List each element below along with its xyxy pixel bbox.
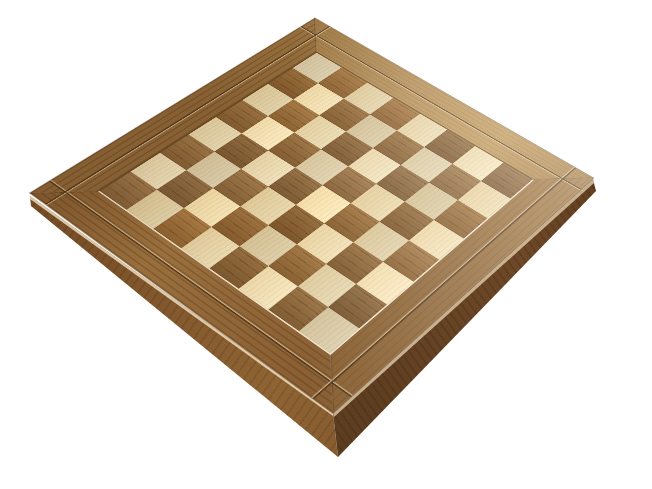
product-photo-canvas [0,0,652,489]
board-grid [100,53,532,353]
chess-board [30,18,593,413]
